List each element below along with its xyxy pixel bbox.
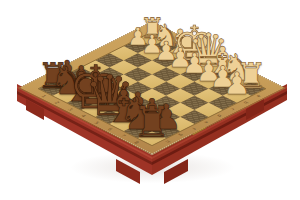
white-pawn-a2[interactable]: ♟ [223,69,250,100]
chess-set-photo: 1 2 3 4 5 6 7 8 a b c d e f g h ♜♞♝♚♛♝♞♜… [0,0,300,200]
pieces-layer: ♜♞♝♚♛♝♞♜♟♟♟♟♟♟♟♟♟♟♟♟♟♟♟♟♜♞♝♚♛♝♞♜ [0,0,300,200]
black-rook-a8[interactable]: ♜ [133,101,171,144]
